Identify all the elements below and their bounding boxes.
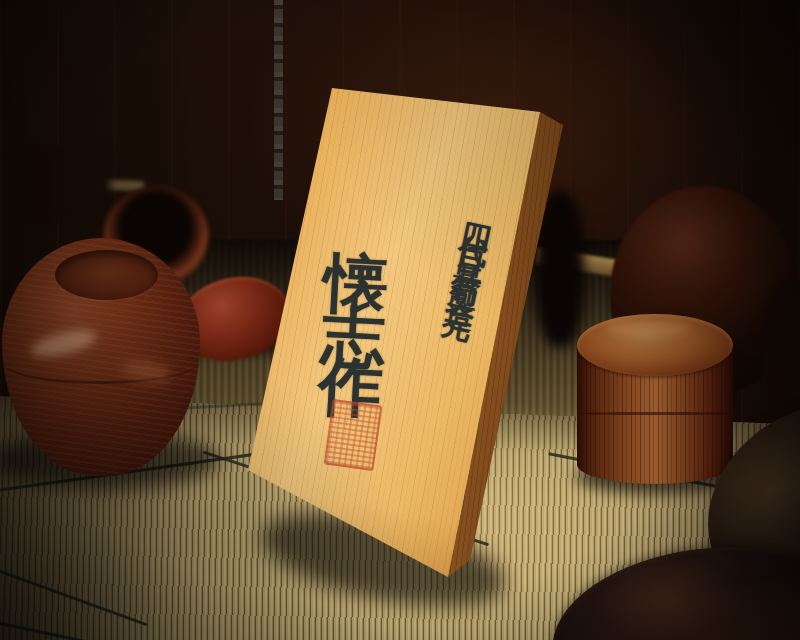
go-bowl-lid-recess bbox=[55, 250, 158, 300]
stone-container-cylinder bbox=[577, 314, 733, 486]
go-bowl-left bbox=[2, 238, 200, 476]
dark-bowl-top-left bbox=[14, 146, 110, 218]
go-equipment-photo: 四代目碁笥製造元 懐志作 bbox=[0, 0, 800, 640]
cylinder-lid-seam bbox=[579, 412, 731, 415]
cylinder-top bbox=[577, 314, 733, 376]
wooden-box-lid: 四代目碁笥製造元 懐志作 bbox=[228, 80, 568, 610]
cylinder-sheen bbox=[605, 320, 691, 336]
artist-seal bbox=[324, 399, 383, 471]
